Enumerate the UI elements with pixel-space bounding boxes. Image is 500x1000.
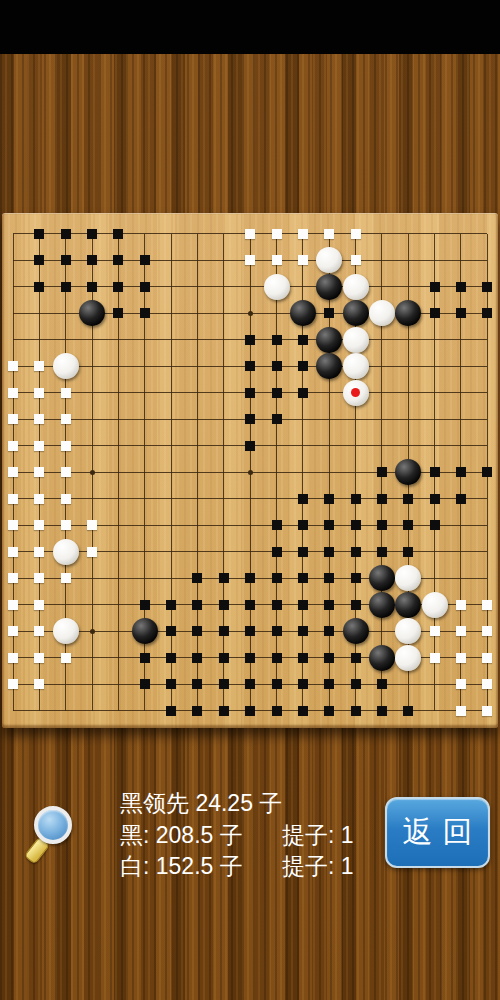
territory-black-marker xyxy=(61,255,71,265)
territory-black-marker xyxy=(351,653,361,663)
territory-black-marker xyxy=(272,573,282,583)
territory-black-marker xyxy=(272,626,282,636)
territory-white-marker xyxy=(34,520,44,530)
territory-black-marker xyxy=(351,706,361,716)
territory-white-marker xyxy=(456,626,466,636)
territory-white-marker xyxy=(61,467,71,477)
black-score: 黑: 208.5 子 xyxy=(120,822,243,848)
white-stone xyxy=(53,539,79,565)
territory-black-marker xyxy=(166,706,176,716)
territory-white-marker xyxy=(87,520,97,530)
territory-black-marker xyxy=(298,494,308,504)
magnifier-icon[interactable] xyxy=(26,798,86,866)
territory-black-marker xyxy=(298,520,308,530)
territory-black-marker xyxy=(245,361,255,371)
territory-black-marker xyxy=(377,520,387,530)
territory-white-marker xyxy=(34,414,44,424)
territory-black-marker xyxy=(456,308,466,318)
territory-white-marker xyxy=(351,229,361,239)
territory-white-marker xyxy=(8,361,18,371)
territory-black-marker xyxy=(351,679,361,689)
white-stone xyxy=(53,618,79,644)
territory-black-marker xyxy=(324,547,334,557)
territory-black-marker xyxy=(272,679,282,689)
territory-black-marker xyxy=(61,282,71,292)
white-stone-last-move xyxy=(343,380,369,406)
territory-white-marker xyxy=(34,494,44,504)
territory-black-marker xyxy=(324,653,334,663)
territory-black-marker xyxy=(219,573,229,583)
territory-white-marker xyxy=(456,706,466,716)
territory-white-marker xyxy=(272,229,282,239)
territory-black-marker xyxy=(272,653,282,663)
territory-black-marker xyxy=(298,626,308,636)
territory-black-marker xyxy=(192,679,202,689)
territory-black-marker xyxy=(245,414,255,424)
territory-black-marker xyxy=(351,520,361,530)
grid-line-v xyxy=(329,234,330,711)
territory-white-marker xyxy=(272,255,282,265)
territory-black-marker xyxy=(192,626,202,636)
territory-black-marker xyxy=(272,361,282,371)
territory-black-marker xyxy=(351,547,361,557)
back-button[interactable]: 返回 xyxy=(385,797,490,868)
territory-black-marker xyxy=(324,494,334,504)
territory-black-marker xyxy=(61,229,71,239)
territory-black-marker xyxy=(87,229,97,239)
grid-line-v xyxy=(276,234,277,711)
go-board[interactable] xyxy=(2,213,498,728)
territory-black-marker xyxy=(245,441,255,451)
territory-white-marker xyxy=(61,573,71,583)
territory-white-marker xyxy=(482,653,492,663)
territory-white-marker xyxy=(34,547,44,557)
territory-white-marker xyxy=(8,441,18,451)
territory-black-marker xyxy=(192,573,202,583)
territory-white-marker xyxy=(61,520,71,530)
territory-black-marker xyxy=(272,600,282,610)
white-stone xyxy=(53,353,79,379)
territory-white-marker xyxy=(61,414,71,424)
territory-black-marker xyxy=(140,282,150,292)
territory-black-marker xyxy=(298,547,308,557)
territory-black-marker xyxy=(113,255,123,265)
territory-black-marker xyxy=(403,520,413,530)
black-stone xyxy=(395,459,421,485)
territory-black-marker xyxy=(245,335,255,345)
grid-line-h xyxy=(13,525,487,526)
territory-black-marker xyxy=(34,255,44,265)
territory-black-marker xyxy=(140,308,150,318)
black-stone xyxy=(343,300,369,326)
territory-white-marker xyxy=(8,414,18,424)
territory-black-marker xyxy=(245,706,255,716)
territory-black-marker xyxy=(482,308,492,318)
territory-black-marker xyxy=(272,335,282,345)
territory-white-marker xyxy=(482,626,492,636)
territory-black-marker xyxy=(113,282,123,292)
territory-black-marker xyxy=(219,679,229,689)
territory-white-marker xyxy=(8,388,18,398)
territory-black-marker xyxy=(351,494,361,504)
territory-white-marker xyxy=(8,600,18,610)
black-stone xyxy=(369,592,395,618)
territory-black-marker xyxy=(245,653,255,663)
territory-white-marker xyxy=(482,679,492,689)
territory-black-marker xyxy=(430,308,440,318)
territory-black-marker xyxy=(430,520,440,530)
white-captures: 提子: 1 xyxy=(282,851,354,883)
territory-black-marker xyxy=(430,282,440,292)
territory-black-marker xyxy=(298,573,308,583)
territory-black-marker xyxy=(324,600,334,610)
territory-white-marker xyxy=(34,467,44,477)
territory-white-marker xyxy=(456,679,466,689)
territory-black-marker xyxy=(403,547,413,557)
grid-line-h xyxy=(13,498,487,499)
territory-white-marker xyxy=(61,388,71,398)
territory-white-marker xyxy=(8,653,18,663)
territory-black-marker xyxy=(219,706,229,716)
territory-black-marker xyxy=(192,653,202,663)
territory-black-marker xyxy=(298,706,308,716)
territory-black-marker xyxy=(166,600,176,610)
territory-black-marker xyxy=(324,679,334,689)
territory-white-marker xyxy=(298,255,308,265)
white-stone xyxy=(264,274,290,300)
territory-white-marker xyxy=(34,600,44,610)
territory-white-marker xyxy=(245,229,255,239)
territory-white-marker xyxy=(34,679,44,689)
territory-white-marker xyxy=(430,626,440,636)
territory-white-marker xyxy=(430,653,440,663)
territory-black-marker xyxy=(377,494,387,504)
territory-black-marker xyxy=(245,626,255,636)
territory-black-marker xyxy=(351,600,361,610)
territory-white-marker xyxy=(34,388,44,398)
black-stone xyxy=(79,300,105,326)
grid-line-h xyxy=(13,551,487,552)
territory-white-marker xyxy=(34,573,44,583)
territory-black-marker xyxy=(482,282,492,292)
white-stone xyxy=(395,565,421,591)
white-stone xyxy=(395,645,421,671)
territory-black-marker xyxy=(456,282,466,292)
territory-black-marker xyxy=(324,573,334,583)
territory-white-marker xyxy=(61,494,71,504)
white-score-row: 白: 152.5 子 提子: 1 xyxy=(120,851,390,883)
black-stone xyxy=(343,618,369,644)
territory-black-marker xyxy=(192,706,202,716)
territory-black-marker xyxy=(140,679,150,689)
territory-white-marker xyxy=(298,229,308,239)
territory-black-marker xyxy=(298,679,308,689)
territory-white-marker xyxy=(34,653,44,663)
territory-black-marker xyxy=(324,706,334,716)
white-stone xyxy=(316,247,342,273)
territory-black-marker xyxy=(272,520,282,530)
territory-white-marker xyxy=(61,653,71,663)
territory-black-marker xyxy=(298,653,308,663)
star-point xyxy=(90,470,95,475)
territory-black-marker xyxy=(245,573,255,583)
territory-black-marker xyxy=(272,547,282,557)
territory-black-marker xyxy=(298,361,308,371)
territory-white-marker xyxy=(456,653,466,663)
black-stone xyxy=(132,618,158,644)
black-stone xyxy=(316,274,342,300)
white-stone xyxy=(395,618,421,644)
territory-black-marker xyxy=(219,653,229,663)
territory-black-marker xyxy=(456,494,466,504)
territory-black-marker xyxy=(351,573,361,583)
territory-black-marker xyxy=(324,308,334,318)
territory-black-marker xyxy=(298,388,308,398)
black-stone xyxy=(316,353,342,379)
territory-black-marker xyxy=(403,494,413,504)
territory-white-marker xyxy=(8,679,18,689)
territory-black-marker xyxy=(245,679,255,689)
white-stone xyxy=(343,327,369,353)
territory-black-marker xyxy=(298,600,308,610)
territory-white-marker xyxy=(34,626,44,636)
territory-black-marker xyxy=(140,255,150,265)
territory-black-marker xyxy=(140,653,150,663)
territory-white-marker xyxy=(61,441,71,451)
magnifier-lens xyxy=(34,806,72,844)
territory-black-marker xyxy=(377,679,387,689)
go-app-screen: { "game": { "name": "go", "board_size": … xyxy=(0,0,500,1000)
territory-black-marker xyxy=(298,335,308,345)
territory-white-marker xyxy=(8,467,18,477)
territory-black-marker xyxy=(245,388,255,398)
territory-black-marker xyxy=(456,467,466,477)
white-stone xyxy=(343,353,369,379)
score-panel: 黑领先 24.25 子 黑: 208.5 子 提子: 1 白: 152.5 子 … xyxy=(120,788,390,883)
territory-black-marker xyxy=(140,600,150,610)
white-stone xyxy=(369,300,395,326)
territory-black-marker xyxy=(482,467,492,477)
white-stone xyxy=(422,592,448,618)
territory-black-marker xyxy=(324,520,334,530)
territory-white-marker xyxy=(8,547,18,557)
territory-white-marker xyxy=(324,229,334,239)
black-stone xyxy=(395,592,421,618)
territory-black-marker xyxy=(430,467,440,477)
territory-black-marker xyxy=(166,626,176,636)
territory-black-marker xyxy=(430,494,440,504)
territory-white-marker xyxy=(456,600,466,610)
black-stone xyxy=(369,645,395,671)
territory-black-marker xyxy=(403,706,413,716)
territory-black-marker xyxy=(166,653,176,663)
territory-black-marker xyxy=(272,414,282,424)
white-stone xyxy=(343,274,369,300)
territory-black-marker xyxy=(272,706,282,716)
territory-white-marker xyxy=(34,441,44,451)
territory-black-marker xyxy=(113,308,123,318)
star-point xyxy=(248,311,253,316)
star-point xyxy=(90,629,95,634)
territory-black-marker xyxy=(324,626,334,636)
territory-white-marker xyxy=(482,706,492,716)
territory-black-marker xyxy=(87,282,97,292)
territory-white-marker xyxy=(8,626,18,636)
territory-black-marker xyxy=(219,626,229,636)
black-stone xyxy=(316,327,342,353)
black-stone xyxy=(395,300,421,326)
status-bar xyxy=(0,0,500,54)
territory-black-marker xyxy=(377,706,387,716)
star-point xyxy=(248,470,253,475)
territory-black-marker xyxy=(166,679,176,689)
territory-black-marker xyxy=(34,229,44,239)
black-score-row: 黑: 208.5 子 提子: 1 xyxy=(120,820,390,852)
last-move-dot xyxy=(351,388,360,397)
black-stone xyxy=(290,300,316,326)
territory-white-marker xyxy=(8,494,18,504)
black-stone xyxy=(369,565,395,591)
territory-black-marker xyxy=(219,600,229,610)
territory-black-marker xyxy=(87,255,97,265)
black-captures: 提子: 1 xyxy=(282,820,354,852)
lead-text: 黑领先 24.25 子 xyxy=(120,788,390,820)
territory-black-marker xyxy=(377,547,387,557)
territory-black-marker xyxy=(113,229,123,239)
white-score: 白: 152.5 子 xyxy=(120,853,243,879)
territory-black-marker xyxy=(272,388,282,398)
territory-white-marker xyxy=(8,573,18,583)
territory-black-marker xyxy=(377,467,387,477)
territory-black-marker xyxy=(34,282,44,292)
territory-white-marker xyxy=(245,255,255,265)
territory-white-marker xyxy=(482,600,492,610)
territory-white-marker xyxy=(87,547,97,557)
territory-black-marker xyxy=(192,600,202,610)
territory-white-marker xyxy=(34,361,44,371)
territory-white-marker xyxy=(8,520,18,530)
territory-black-marker xyxy=(245,600,255,610)
territory-white-marker xyxy=(351,255,361,265)
